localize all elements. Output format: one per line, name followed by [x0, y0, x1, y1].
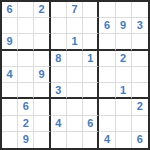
given-digit: 1: [120, 85, 126, 96]
cell-r4c1[interactable]: [2, 51, 18, 67]
cell-r5c9[interactable]: [132, 67, 148, 83]
cell-r8c5[interactable]: [67, 116, 83, 132]
cell-r2c3[interactable]: [34, 18, 50, 34]
cell-r2c8[interactable]: 9: [116, 18, 132, 34]
cell-r9c5[interactable]: [67, 132, 83, 148]
cell-r3c8[interactable]: [116, 34, 132, 50]
cell-r4c8[interactable]: 2: [116, 51, 132, 67]
cell-r2c4[interactable]: [51, 18, 67, 34]
given-digit: 6: [87, 118, 93, 129]
given-digit: 9: [120, 20, 126, 31]
cell-r5c6[interactable]: [83, 67, 99, 83]
cell-r1c4[interactable]: [51, 2, 67, 18]
cell-r5c4[interactable]: [51, 67, 67, 83]
cell-r4c5[interactable]: [67, 51, 83, 67]
cell-r3c2[interactable]: [18, 34, 34, 50]
cell-r2c1[interactable]: [2, 18, 18, 34]
cell-r4c2[interactable]: [18, 51, 34, 67]
cell-r6c6[interactable]: [83, 83, 99, 99]
cell-r5c1[interactable]: 4: [2, 67, 18, 83]
cell-r8c2[interactable]: 2: [18, 116, 34, 132]
given-digit: 4: [7, 69, 13, 80]
cell-r9c2[interactable]: 9: [18, 132, 34, 148]
cell-r8c3[interactable]: [34, 116, 50, 132]
given-digit: 4: [55, 118, 61, 129]
cell-r3c6[interactable]: [83, 34, 99, 50]
given-digit: 9: [23, 134, 29, 145]
cell-r4c4[interactable]: 8: [51, 51, 67, 67]
cell-r6c1[interactable]: [2, 83, 18, 99]
cell-r2c9[interactable]: 3: [132, 18, 148, 34]
sudoku-board: 62769391812493162246946: [0, 0, 150, 150]
cell-r9c6[interactable]: [83, 132, 99, 148]
cell-r7c7[interactable]: [99, 99, 115, 115]
cell-r6c9[interactable]: [132, 83, 148, 99]
cell-r2c5[interactable]: [67, 18, 83, 34]
cell-r1c9[interactable]: [132, 2, 148, 18]
cell-r7c3[interactable]: [34, 99, 50, 115]
cell-r2c7[interactable]: 6: [99, 18, 115, 34]
given-digit: 4: [104, 134, 110, 145]
cell-r7c1[interactable]: [2, 99, 18, 115]
given-digit: 2: [38, 4, 44, 15]
cell-r1c7[interactable]: [99, 2, 115, 18]
given-digit: 2: [137, 101, 143, 112]
cell-r4c9[interactable]: [132, 51, 148, 67]
cell-r6c3[interactable]: [34, 83, 50, 99]
cell-r8c8[interactable]: [116, 116, 132, 132]
cell-r5c2[interactable]: [18, 67, 34, 83]
given-digit: 6: [104, 20, 110, 31]
cell-r3c4[interactable]: [51, 34, 67, 50]
cell-r9c1[interactable]: [2, 132, 18, 148]
cell-r7c2[interactable]: 6: [18, 99, 34, 115]
cell-r5c8[interactable]: [116, 67, 132, 83]
cell-r4c3[interactable]: [34, 51, 50, 67]
cell-r6c4[interactable]: 3: [51, 83, 67, 99]
cell-r7c5[interactable]: [67, 99, 83, 115]
cell-r4c6[interactable]: 1: [83, 51, 99, 67]
cell-r2c6[interactable]: [83, 18, 99, 34]
cell-r3c5[interactable]: 1: [67, 34, 83, 50]
cell-r9c4[interactable]: [51, 132, 67, 148]
cell-r3c9[interactable]: [132, 34, 148, 50]
given-digit: 9: [7, 36, 13, 47]
cell-r7c9[interactable]: 2: [132, 99, 148, 115]
cell-r3c3[interactable]: [34, 34, 50, 50]
cell-r9c3[interactable]: [34, 132, 50, 148]
cell-r7c4[interactable]: [51, 99, 67, 115]
cell-r9c7[interactable]: 4: [99, 132, 115, 148]
given-digit: 3: [55, 85, 61, 96]
given-digit: 2: [120, 53, 126, 64]
given-digit: 8: [55, 53, 61, 64]
cell-r1c5[interactable]: 7: [67, 2, 83, 18]
given-digit: 1: [71, 36, 77, 47]
cell-r1c2[interactable]: [18, 2, 34, 18]
cell-r8c6[interactable]: 6: [83, 116, 99, 132]
cell-r1c6[interactable]: [83, 2, 99, 18]
cell-r5c3[interactable]: 9: [34, 67, 50, 83]
given-digit: 6: [137, 134, 143, 145]
given-digit: 2: [23, 118, 29, 129]
given-digit: 9: [38, 69, 44, 80]
cell-r8c7[interactable]: [99, 116, 115, 132]
cell-r6c2[interactable]: [18, 83, 34, 99]
cell-r6c8[interactable]: 1: [116, 83, 132, 99]
cell-r7c8[interactable]: [116, 99, 132, 115]
cell-r6c5[interactable]: [67, 83, 83, 99]
given-digit: 1: [87, 53, 93, 64]
cell-r7c6[interactable]: [83, 99, 99, 115]
cell-r3c1[interactable]: 9: [2, 34, 18, 50]
cell-r2c2[interactable]: [18, 18, 34, 34]
cell-r1c8[interactable]: [116, 2, 132, 18]
given-digit: 7: [71, 4, 77, 15]
cell-r8c9[interactable]: [132, 116, 148, 132]
given-digit: 6: [23, 101, 29, 112]
cell-r4c7[interactable]: [99, 51, 115, 67]
cell-r3c7[interactable]: [99, 34, 115, 50]
cell-r5c7[interactable]: [99, 67, 115, 83]
cell-r9c9[interactable]: 6: [132, 132, 148, 148]
cell-r9c8[interactable]: [116, 132, 132, 148]
cell-r8c4[interactable]: 4: [51, 116, 67, 132]
cell-r6c7[interactable]: [99, 83, 115, 99]
cell-r1c3[interactable]: 2: [34, 2, 50, 18]
cell-r8c1[interactable]: [2, 116, 18, 132]
cell-r1c1[interactable]: 6: [2, 2, 18, 18]
given-digit: 6: [7, 4, 13, 15]
given-digit: 3: [137, 20, 143, 31]
cell-r5c5[interactable]: [67, 67, 83, 83]
